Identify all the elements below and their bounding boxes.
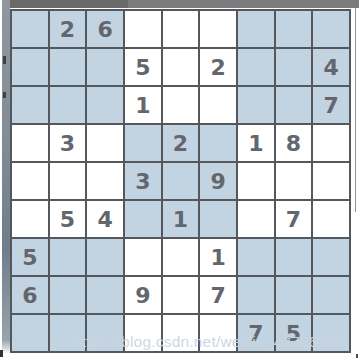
page-edge-top-dark bbox=[2, 0, 128, 8]
cell-r3c6[interactable] bbox=[200, 87, 236, 123]
cell-r1c5[interactable] bbox=[163, 11, 199, 47]
cell-r8c1[interactable]: 6 bbox=[12, 277, 48, 313]
cell-r1c6[interactable] bbox=[200, 11, 236, 47]
cell-r5c3[interactable] bbox=[87, 163, 123, 199]
sudoku-board: 265241732183954175169775 bbox=[10, 9, 351, 353]
cell-r4c9[interactable] bbox=[313, 125, 349, 161]
cell-r8c4[interactable]: 9 bbox=[125, 277, 161, 313]
cell-r4c6[interactable] bbox=[200, 125, 236, 161]
edge-speck bbox=[356, 354, 358, 358]
cell-r7c6[interactable]: 1 bbox=[200, 239, 236, 275]
cell-r2c3[interactable] bbox=[87, 49, 123, 85]
cell-r1c7[interactable] bbox=[238, 11, 274, 47]
cell-r4c8[interactable]: 8 bbox=[276, 125, 312, 161]
cell-r6c5[interactable]: 1 bbox=[163, 201, 199, 237]
cell-r7c2[interactable] bbox=[50, 239, 86, 275]
cell-r9c1[interactable] bbox=[12, 315, 48, 351]
cell-r2c5[interactable] bbox=[163, 49, 199, 85]
cell-r8c3[interactable] bbox=[87, 277, 123, 313]
cell-r3c1[interactable] bbox=[12, 87, 48, 123]
cell-r8c2[interactable] bbox=[50, 277, 86, 313]
cell-r8c7[interactable] bbox=[238, 277, 274, 313]
cell-r6c8[interactable]: 7 bbox=[276, 201, 312, 237]
cell-r9c6[interactable] bbox=[200, 315, 236, 351]
cell-r4c4[interactable] bbox=[125, 125, 161, 161]
cell-r1c3[interactable]: 6 bbox=[87, 11, 123, 47]
cell-r4c1[interactable] bbox=[12, 125, 48, 161]
cell-r6c7[interactable] bbox=[238, 201, 274, 237]
edge-speck bbox=[3, 56, 6, 64]
cell-r6c6[interactable] bbox=[200, 201, 236, 237]
cell-r9c2[interactable] bbox=[50, 315, 86, 351]
cell-r3c3[interactable] bbox=[87, 87, 123, 123]
edge-speck bbox=[0, 350, 3, 357]
cell-r1c8[interactable] bbox=[276, 11, 312, 47]
cell-r9c4[interactable] bbox=[125, 315, 161, 351]
cell-r9c5[interactable] bbox=[163, 315, 199, 351]
cell-r2c2[interactable] bbox=[50, 49, 86, 85]
edge-speck bbox=[3, 92, 6, 98]
cell-r1c1[interactable] bbox=[12, 11, 48, 47]
cell-r6c1[interactable] bbox=[12, 201, 48, 237]
cell-r5c9[interactable] bbox=[313, 163, 349, 199]
cell-r5c7[interactable] bbox=[238, 163, 274, 199]
cell-r7c4[interactable] bbox=[125, 239, 161, 275]
cell-r5c2[interactable] bbox=[50, 163, 86, 199]
cell-r7c8[interactable] bbox=[276, 239, 312, 275]
cell-r3c9[interactable]: 7 bbox=[313, 87, 349, 123]
cell-r9c3[interactable] bbox=[87, 315, 123, 351]
cell-r5c6[interactable]: 9 bbox=[200, 163, 236, 199]
cell-r8c8[interactable] bbox=[276, 277, 312, 313]
cell-r2c7[interactable] bbox=[238, 49, 274, 85]
cell-r3c2[interactable] bbox=[50, 87, 86, 123]
cell-r9c8[interactable]: 5 bbox=[276, 315, 312, 351]
cell-r1c4[interactable] bbox=[125, 11, 161, 47]
cell-r2c6[interactable]: 2 bbox=[200, 49, 236, 85]
cell-r2c8[interactable] bbox=[276, 49, 312, 85]
cell-r6c3[interactable]: 4 bbox=[87, 201, 123, 237]
cell-r9c9[interactable] bbox=[313, 315, 349, 351]
cell-r7c1[interactable]: 5 bbox=[12, 239, 48, 275]
cell-r2c4[interactable]: 5 bbox=[125, 49, 161, 85]
cell-r1c2[interactable]: 2 bbox=[50, 11, 86, 47]
cell-r8c9[interactable] bbox=[313, 277, 349, 313]
cell-r4c5[interactable]: 2 bbox=[163, 125, 199, 161]
cell-r5c5[interactable] bbox=[163, 163, 199, 199]
cell-r7c9[interactable] bbox=[313, 239, 349, 275]
cell-r4c7[interactable]: 1 bbox=[238, 125, 274, 161]
cell-r4c3[interactable] bbox=[87, 125, 123, 161]
cell-r9c7[interactable]: 7 bbox=[238, 315, 274, 351]
cell-r8c6[interactable]: 7 bbox=[200, 277, 236, 313]
cell-r2c9[interactable]: 4 bbox=[313, 49, 349, 85]
cell-r3c5[interactable] bbox=[163, 87, 199, 123]
page-edge-top-light bbox=[128, 0, 359, 8]
cell-r4c2[interactable]: 3 bbox=[50, 125, 86, 161]
cell-r5c4[interactable]: 3 bbox=[125, 163, 161, 199]
cell-r3c7[interactable] bbox=[238, 87, 274, 123]
cell-r6c4[interactable] bbox=[125, 201, 161, 237]
page-edge-left-strip bbox=[2, 0, 10, 354]
cell-r3c4[interactable]: 1 bbox=[125, 87, 161, 123]
cell-r6c9[interactable] bbox=[313, 201, 349, 237]
cell-r5c8[interactable] bbox=[276, 163, 312, 199]
cell-r1c9[interactable] bbox=[313, 11, 349, 47]
cell-r7c3[interactable] bbox=[87, 239, 123, 275]
cell-r5c1[interactable] bbox=[12, 163, 48, 199]
cell-r7c5[interactable] bbox=[163, 239, 199, 275]
cell-r3c8[interactable] bbox=[276, 87, 312, 123]
cell-r8c5[interactable] bbox=[163, 277, 199, 313]
cell-r7c7[interactable] bbox=[238, 239, 274, 275]
cell-r6c2[interactable]: 5 bbox=[50, 201, 86, 237]
cell-r2c1[interactable] bbox=[12, 49, 48, 85]
page-edge-right-line bbox=[355, 8, 356, 212]
